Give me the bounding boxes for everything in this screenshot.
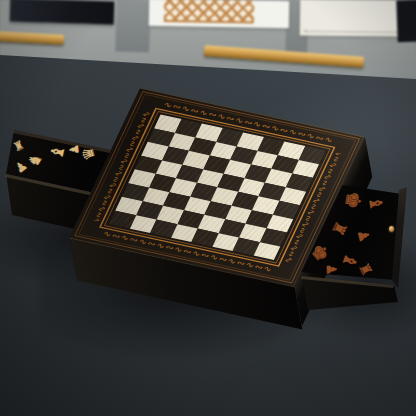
drawer-handle-center [204,45,364,68]
chess-set-photo: ♜♟♞♝♟♛♛♚♝♞♜♟♚♝♟♜ ∿∾∿∾∿∾∿∾∿∾∿∾∿∾∿∾∿∾∿∾∿∾∿… [0,0,416,416]
background-ornate-pattern-box [149,0,289,28]
background-cream-box [300,0,412,37]
cream-box-border [304,30,404,33]
brass-pin-icon [389,226,394,232]
background-dark-corner-item [396,0,416,42]
background-black-box [10,0,115,24]
drawer-handle-left [0,31,64,45]
shelf-seam [115,0,151,53]
arabesque-pattern [164,0,254,24]
